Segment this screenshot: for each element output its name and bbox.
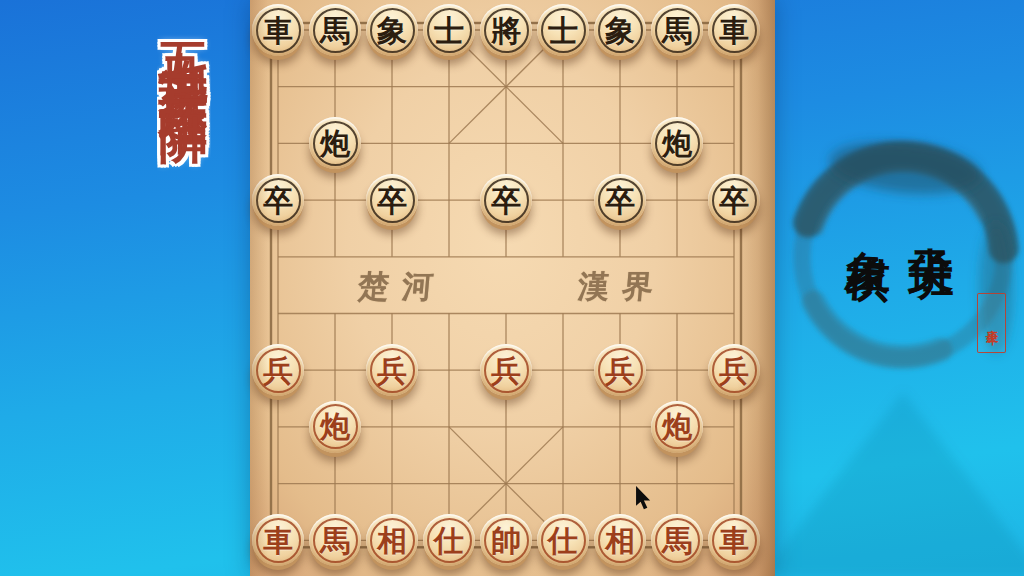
red-soldier[interactable]: 兵 <box>252 344 304 396</box>
black-cannon[interactable]: 炮 <box>309 117 361 169</box>
black-soldier[interactable]: 卒 <box>252 174 304 226</box>
mouse-cursor-icon <box>636 486 653 514</box>
river-label-han: 漢界 <box>560 266 684 308</box>
red-elephant[interactable]: 相 <box>366 514 418 566</box>
piece-glyph: 仕 <box>548 525 578 556</box>
red-cannon[interactable]: 炮 <box>309 401 361 453</box>
piece-glyph: 卒 <box>605 185 635 216</box>
black-soldier[interactable]: 卒 <box>594 174 646 226</box>
black-horse[interactable]: 馬 <box>309 4 361 56</box>
river-label-chu: 楚河 <box>340 266 464 308</box>
piece-glyph: 車 <box>263 525 293 556</box>
piece-glyph: 卒 <box>377 185 407 216</box>
brand-text-class: 尖子班 <box>901 211 961 223</box>
piece-glyph: 兵 <box>719 355 749 386</box>
piece-glyph: 炮 <box>662 411 692 442</box>
black-general[interactable]: 將 <box>480 4 532 56</box>
xiangqi-board[interactable]: 楚河 漢界 車馬象士將士象馬車炮炮卒卒卒卒卒兵兵兵兵兵炮炮車馬相仕帥仕相馬車 <box>250 0 775 576</box>
piece-glyph: 兵 <box>377 355 407 386</box>
red-horse[interactable]: 馬 <box>651 514 703 566</box>
piece-glyph: 車 <box>719 525 749 556</box>
red-chariot[interactable]: 車 <box>708 514 760 566</box>
piece-glyph: 馬 <box>662 525 692 556</box>
black-chariot[interactable]: 車 <box>708 4 760 56</box>
piece-glyph: 相 <box>377 525 407 556</box>
black-advisor[interactable]: 士 <box>423 4 475 56</box>
piece-glyph: 馬 <box>320 525 350 556</box>
red-advisor[interactable]: 仕 <box>423 514 475 566</box>
piece-glyph: 炮 <box>662 128 692 159</box>
red-soldier[interactable]: 兵 <box>594 344 646 396</box>
video-frame: { "game": "xiangqi", "position": { "fen"… <box>0 0 1024 576</box>
piece-glyph: 車 <box>263 15 293 46</box>
piece-glyph: 將 <box>491 15 521 46</box>
piece-glyph: 車 <box>719 15 749 46</box>
piece-glyph: 兵 <box>491 355 521 386</box>
piece-glyph: 帥 <box>491 525 521 556</box>
piece-glyph: 象 <box>377 15 407 46</box>
board-grid <box>250 0 775 576</box>
piece-glyph: 士 <box>548 15 578 46</box>
red-soldier[interactable]: 兵 <box>366 344 418 396</box>
lesson-title: 五七炮进三兵连环陷阱 <box>157 4 211 576</box>
piece-glyph: 馬 <box>320 15 350 46</box>
background-triangle <box>775 392 1024 576</box>
black-chariot[interactable]: 車 <box>252 4 304 56</box>
red-general[interactable]: 帥 <box>480 514 532 566</box>
piece-glyph: 馬 <box>662 15 692 46</box>
piece-glyph: 炮 <box>320 128 350 159</box>
red-soldier[interactable]: 兵 <box>708 344 760 396</box>
piece-glyph: 兵 <box>605 355 635 386</box>
piece-glyph: 卒 <box>491 185 521 216</box>
red-horse[interactable]: 馬 <box>309 514 361 566</box>
piece-glyph: 兵 <box>263 355 293 386</box>
red-cannon[interactable]: 炮 <box>651 401 703 453</box>
ink-circle <box>775 0 1024 576</box>
piece-glyph: 炮 <box>320 411 350 442</box>
brand-panel: 尖子班 象棋 庚子年 <box>775 0 1024 576</box>
piece-glyph: 象 <box>605 15 635 46</box>
piece-glyph: 相 <box>605 525 635 556</box>
black-cannon[interactable]: 炮 <box>651 117 703 169</box>
black-soldier[interactable]: 卒 <box>708 174 760 226</box>
red-elephant[interactable]: 相 <box>594 514 646 566</box>
red-soldier[interactable]: 兵 <box>480 344 532 396</box>
black-elephant[interactable]: 象 <box>366 4 418 56</box>
piece-glyph: 仕 <box>434 525 464 556</box>
piece-glyph: 士 <box>434 15 464 46</box>
piece-glyph: 卒 <box>719 185 749 216</box>
red-advisor[interactable]: 仕 <box>537 514 589 566</box>
black-soldier[interactable]: 卒 <box>480 174 532 226</box>
red-seal-stamp: 庚子年 <box>977 293 1006 353</box>
black-advisor[interactable]: 士 <box>537 4 589 56</box>
black-horse[interactable]: 馬 <box>651 4 703 56</box>
black-elephant[interactable]: 象 <box>594 4 646 56</box>
red-chariot[interactable]: 車 <box>252 514 304 566</box>
black-soldier[interactable]: 卒 <box>366 174 418 226</box>
piece-glyph: 卒 <box>263 185 293 216</box>
